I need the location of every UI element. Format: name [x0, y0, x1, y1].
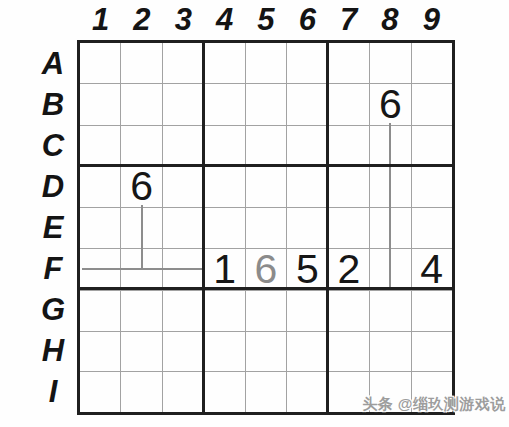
row-label-F: F	[44, 251, 63, 287]
cell-G7[interactable]	[329, 291, 369, 331]
col-label-6: 6	[299, 2, 316, 38]
cell-F6[interactable]: 5	[287, 249, 327, 290]
watermark-text: 头条 @缁玖测游戏说	[362, 395, 506, 414]
cell-E9[interactable]	[412, 208, 452, 248]
cell-G3[interactable]	[163, 291, 203, 331]
col-label-2: 2	[133, 2, 150, 38]
cell-B9[interactable]	[412, 84, 452, 125]
cell-B5[interactable]	[246, 84, 286, 125]
cell-C4[interactable]	[204, 126, 244, 166]
cell-F4[interactable]: 1	[204, 249, 244, 290]
cell-I3[interactable]	[163, 372, 203, 412]
col-label-7: 7	[340, 2, 357, 38]
cell-C2[interactable]	[121, 126, 161, 166]
cell-B6[interactable]	[287, 84, 327, 125]
cell-F5[interactable]: 6	[246, 249, 286, 290]
cell-C8[interactable]	[370, 126, 410, 166]
cell-G9[interactable]	[412, 291, 452, 331]
cell-C9[interactable]	[412, 126, 452, 166]
cell-E1[interactable]	[80, 208, 120, 248]
cell-F9[interactable]: 4	[412, 249, 452, 290]
cell-D9[interactable]	[412, 166, 452, 207]
cell-C1[interactable]	[80, 126, 120, 166]
cell-A7[interactable]	[329, 43, 369, 83]
box-border-vertical-1	[202, 43, 205, 412]
cell-I5[interactable]	[246, 372, 286, 412]
cell-F2[interactable]	[121, 249, 161, 290]
row-label-B: B	[42, 87, 64, 123]
cell-I4[interactable]	[204, 372, 244, 412]
cell-H3[interactable]	[163, 332, 203, 372]
cell-H6[interactable]	[287, 332, 327, 372]
cell-B1[interactable]	[80, 84, 120, 125]
cell-E2[interactable]	[121, 208, 161, 248]
cell-C3[interactable]	[163, 126, 203, 166]
cell-D8[interactable]	[370, 166, 410, 207]
cell-E3[interactable]	[163, 208, 203, 248]
row-label-I: I	[49, 374, 58, 410]
row-label-G: G	[41, 292, 65, 328]
cell-D4[interactable]	[204, 166, 244, 207]
col-label-5: 5	[257, 2, 274, 38]
cell-E8[interactable]	[370, 208, 410, 248]
cell-G5[interactable]	[246, 291, 286, 331]
cell-H4[interactable]	[204, 332, 244, 372]
col-label-1: 1	[92, 2, 109, 38]
cell-B8[interactable]: 6	[370, 84, 410, 125]
cell-B4[interactable]	[204, 84, 244, 125]
cell-H1[interactable]	[80, 332, 120, 372]
cell-A6[interactable]	[287, 43, 327, 83]
cell-G4[interactable]	[204, 291, 244, 331]
cell-F1[interactable]	[80, 249, 120, 290]
cell-F3[interactable]	[163, 249, 203, 290]
cell-A3[interactable]	[163, 43, 203, 83]
cell-E7[interactable]	[329, 208, 369, 248]
col-label-9: 9	[423, 2, 440, 38]
cell-C6[interactable]	[287, 126, 327, 166]
cell-H7[interactable]	[329, 332, 369, 372]
col-label-3: 3	[175, 2, 192, 38]
col-label-4: 4	[216, 2, 233, 38]
cell-A5[interactable]	[246, 43, 286, 83]
box-border-horizontal-1	[80, 164, 452, 167]
cell-B3[interactable]	[163, 84, 203, 125]
cell-G8[interactable]	[370, 291, 410, 331]
cell-D5[interactable]	[246, 166, 286, 207]
cell-E6[interactable]	[287, 208, 327, 248]
row-label-H: H	[42, 333, 64, 369]
row-label-E: E	[43, 210, 64, 246]
cell-G2[interactable]	[121, 291, 161, 331]
cell-A4[interactable]	[204, 43, 244, 83]
cell-B7[interactable]	[329, 84, 369, 125]
cell-C7[interactable]	[329, 126, 369, 166]
cell-D7[interactable]	[329, 166, 369, 207]
cell-A9[interactable]	[412, 43, 452, 83]
sudoku-board: 6616524	[77, 40, 455, 415]
cell-A8[interactable]	[370, 43, 410, 83]
cell-E5[interactable]	[246, 208, 286, 248]
row-label-C: C	[42, 128, 64, 164]
cell-H5[interactable]	[246, 332, 286, 372]
col-label-8: 8	[381, 2, 398, 38]
row-label-A: A	[42, 46, 64, 82]
cell-D6[interactable]	[287, 166, 327, 207]
box-border-vertical-2	[326, 43, 329, 412]
cell-G6[interactable]	[287, 291, 327, 331]
cell-I6[interactable]	[287, 372, 327, 412]
cell-H2[interactable]	[121, 332, 161, 372]
box-border-horizontal-2	[80, 287, 452, 290]
cell-B2[interactable]	[121, 84, 161, 125]
sudoku-grid: 6616524	[80, 43, 452, 412]
cell-H9[interactable]	[412, 332, 452, 372]
cell-I1[interactable]	[80, 372, 120, 412]
cell-C5[interactable]	[246, 126, 286, 166]
cell-G1[interactable]	[80, 291, 120, 331]
cell-A1[interactable]	[80, 43, 120, 83]
cell-I2[interactable]	[121, 372, 161, 412]
cell-D3[interactable]	[163, 166, 203, 207]
cell-F8[interactable]	[370, 249, 410, 290]
row-label-D: D	[42, 169, 64, 205]
cell-E4[interactable]	[204, 208, 244, 248]
sudoku-diagram: 123456789 ABCDEFGHI 6616524 头条 @缁玖测游戏说	[0, 0, 509, 427]
cell-A2[interactable]	[121, 43, 161, 83]
cell-F7[interactable]: 2	[329, 249, 369, 290]
cell-D1[interactable]	[80, 166, 120, 207]
cell-H8[interactable]	[370, 332, 410, 372]
cell-D2[interactable]: 6	[121, 166, 161, 207]
